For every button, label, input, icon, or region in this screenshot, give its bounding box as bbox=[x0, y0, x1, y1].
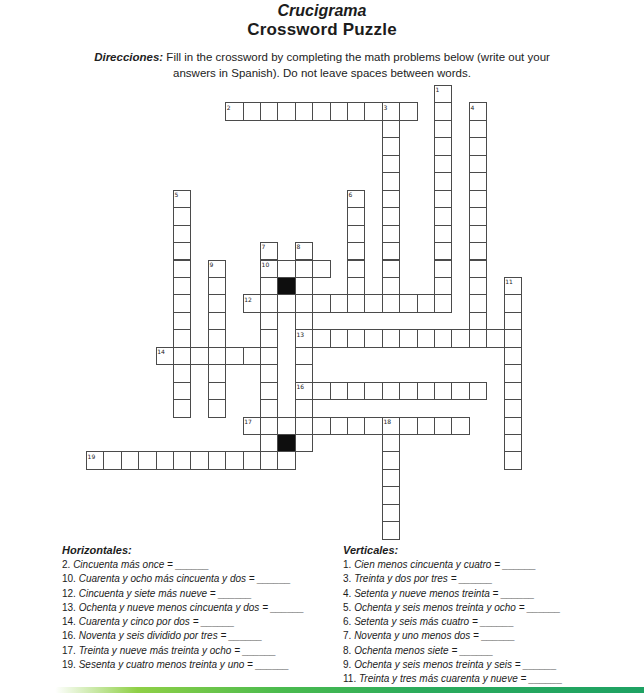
grid-cell[interactable] bbox=[295, 329, 313, 347]
grid-cell[interactable] bbox=[469, 137, 487, 155]
grid-cell[interactable] bbox=[417, 382, 435, 400]
grid-cell[interactable] bbox=[364, 102, 382, 120]
grid-cell[interactable] bbox=[382, 417, 400, 435]
directions-line1: Fill in the crossword by completing the … bbox=[163, 51, 550, 63]
clue-item: 13. Ochenta y nueve menos cincuenta y do… bbox=[62, 601, 340, 615]
grid-cell[interactable] bbox=[451, 417, 469, 435]
grid-cell[interactable] bbox=[434, 172, 452, 190]
grid-cell[interactable] bbox=[347, 329, 365, 347]
grid-cell[interactable] bbox=[295, 399, 313, 417]
grid-cell[interactable] bbox=[260, 434, 278, 452]
grid-cell[interactable] bbox=[469, 120, 487, 138]
grid-cell[interactable] bbox=[504, 434, 522, 452]
grid-cell[interactable] bbox=[399, 329, 417, 347]
grid-cell[interactable] bbox=[417, 417, 435, 435]
black-cell bbox=[277, 434, 295, 452]
clue-item: 3. Treinta y dos por tres = ______ bbox=[343, 572, 643, 586]
grid-cell[interactable] bbox=[173, 207, 191, 225]
clue-item: 9. Ochenta y seis menos treinta y seis =… bbox=[343, 658, 643, 672]
grid-cell[interactable] bbox=[347, 225, 365, 243]
grid-cell[interactable] bbox=[173, 242, 191, 260]
grid-cell[interactable] bbox=[277, 260, 295, 278]
grid-cell[interactable] bbox=[173, 260, 191, 278]
grid-cell[interactable] bbox=[347, 417, 365, 435]
grid-cell[interactable] bbox=[382, 329, 400, 347]
page-title-english: Crossword Puzzle bbox=[0, 20, 644, 39]
grid-cell[interactable] bbox=[225, 347, 243, 365]
grid-cell[interactable] bbox=[190, 451, 208, 469]
grid-cell[interactable] bbox=[330, 294, 348, 312]
grid-cell[interactable] bbox=[277, 451, 295, 469]
grid-cell[interactable] bbox=[382, 469, 400, 487]
grid-cell[interactable] bbox=[504, 277, 522, 295]
grid-cell[interactable] bbox=[504, 294, 522, 312]
grid-cell[interactable] bbox=[364, 417, 382, 435]
grid-cell[interactable] bbox=[382, 172, 400, 190]
grid-cell[interactable] bbox=[382, 207, 400, 225]
grid-cell[interactable] bbox=[295, 364, 313, 382]
grid-cell[interactable] bbox=[173, 277, 191, 295]
grid-cell[interactable] bbox=[434, 102, 452, 120]
grid-cell[interactable] bbox=[469, 277, 487, 295]
grid-cell[interactable] bbox=[295, 242, 313, 260]
grid-cell[interactable] bbox=[295, 312, 313, 330]
grid-cell[interactable] bbox=[434, 329, 452, 347]
grid-cell[interactable] bbox=[382, 294, 400, 312]
grid-cell[interactable] bbox=[451, 329, 469, 347]
grid-cell[interactable] bbox=[156, 347, 174, 365]
grid-cell[interactable] bbox=[364, 382, 382, 400]
grid-cell[interactable] bbox=[277, 102, 295, 120]
grid-cell[interactable] bbox=[260, 260, 278, 278]
grid-cell[interactable] bbox=[208, 451, 226, 469]
clue-item: 5. Ochenta y seis menos treinta y ocho =… bbox=[343, 601, 643, 615]
grid-cell[interactable] bbox=[417, 294, 435, 312]
clue-item: 6. Setenta y seis más cuatro = ______ bbox=[343, 615, 643, 629]
verticales-list: 1. Cien menos cincuenta y cuatro = _____… bbox=[343, 558, 643, 687]
grid-cell[interactable] bbox=[243, 347, 261, 365]
grid-cell[interactable] bbox=[434, 85, 452, 103]
grid-cell[interactable] bbox=[469, 242, 487, 260]
grid-cell[interactable] bbox=[382, 486, 400, 504]
grid-cell[interactable] bbox=[469, 172, 487, 190]
directions-label: Direcciones: bbox=[94, 51, 163, 63]
grid-cell[interactable] bbox=[434, 120, 452, 138]
grid-cell[interactable] bbox=[469, 207, 487, 225]
grid-cell[interactable] bbox=[382, 155, 400, 173]
grid-cell[interactable] bbox=[277, 417, 295, 435]
grid-cell[interactable] bbox=[347, 207, 365, 225]
grid-cell[interactable] bbox=[399, 102, 417, 120]
grid-cell[interactable] bbox=[312, 417, 330, 435]
grid-cell[interactable] bbox=[190, 347, 208, 365]
grid-cell[interactable] bbox=[382, 504, 400, 522]
directions-line2: answers in Spanish). Do not leave spaces… bbox=[173, 67, 471, 79]
grid-cell[interactable] bbox=[434, 242, 452, 260]
grid-cell[interactable] bbox=[330, 102, 348, 120]
grid-cell[interactable] bbox=[469, 190, 487, 208]
grid-cell[interactable] bbox=[469, 102, 487, 120]
grid-cell[interactable] bbox=[504, 399, 522, 417]
grid-cell[interactable] bbox=[208, 312, 226, 330]
grid-cell[interactable] bbox=[173, 294, 191, 312]
grid-cell[interactable] bbox=[382, 137, 400, 155]
grid-cell[interactable] bbox=[173, 312, 191, 330]
clue-item: 19. Sesenta y cuatro menos treinta y uno… bbox=[62, 658, 340, 672]
grid-cell[interactable] bbox=[173, 347, 191, 365]
grid-cell[interactable] bbox=[260, 347, 278, 365]
grid-cell[interactable] bbox=[138, 451, 156, 469]
grid-cell[interactable] bbox=[382, 242, 400, 260]
page-title-spanish: Crucigrama bbox=[0, 2, 644, 20]
black-cell bbox=[277, 277, 295, 295]
grid-cell[interactable] bbox=[330, 417, 348, 435]
page-titles: Crucigrama Crossword Puzzle bbox=[0, 2, 644, 39]
grid-cell[interactable] bbox=[260, 277, 278, 295]
grid-cell[interactable] bbox=[312, 294, 330, 312]
grid-cell[interactable] bbox=[434, 294, 452, 312]
grid-cell[interactable] bbox=[347, 190, 365, 208]
grid-cell[interactable] bbox=[295, 382, 313, 400]
grid-cell[interactable] bbox=[260, 294, 278, 312]
grid-cell[interactable] bbox=[312, 382, 330, 400]
grid-cell[interactable] bbox=[260, 364, 278, 382]
grid-cell[interactable] bbox=[260, 451, 278, 469]
grid-cell[interactable] bbox=[260, 399, 278, 417]
grid-cell[interactable] bbox=[347, 260, 365, 278]
grid-cell[interactable] bbox=[173, 225, 191, 243]
grid-cell[interactable] bbox=[382, 434, 400, 452]
grid-cell[interactable] bbox=[347, 294, 365, 312]
grid-cell[interactable] bbox=[434, 225, 452, 243]
clue-item: 7. Noventa y uno menos dos = ______ bbox=[343, 629, 643, 643]
grid-cell[interactable] bbox=[173, 329, 191, 347]
grid-cell[interactable] bbox=[86, 451, 104, 469]
grid-cell[interactable] bbox=[243, 417, 261, 435]
grid-cell[interactable] bbox=[173, 364, 191, 382]
grid-cell[interactable] bbox=[469, 260, 487, 278]
grid-cell[interactable] bbox=[243, 451, 261, 469]
grid-cell[interactable] bbox=[382, 190, 400, 208]
grid-cell[interactable] bbox=[382, 102, 400, 120]
grid-cell[interactable] bbox=[260, 329, 278, 347]
green-accent-bar bbox=[55, 687, 644, 693]
grid-cell[interactable] bbox=[173, 399, 191, 417]
clue-item: 8. Ochenta menos siete = ______ bbox=[343, 644, 643, 658]
clue-item: 16. Noventa y seis dividido por tres = _… bbox=[62, 629, 340, 643]
directions: Direcciones: Fill in the crossword by co… bbox=[22, 50, 622, 81]
grid-cell[interactable] bbox=[260, 102, 278, 120]
grid-cell[interactable] bbox=[382, 382, 400, 400]
grid-cell[interactable] bbox=[260, 242, 278, 260]
grid-cell[interactable] bbox=[364, 294, 382, 312]
grid-cell[interactable] bbox=[295, 434, 313, 452]
grid-cell[interactable] bbox=[469, 382, 487, 400]
grid-cell[interactable] bbox=[504, 312, 522, 330]
grid-cell[interactable] bbox=[156, 451, 174, 469]
grid-cell[interactable] bbox=[277, 294, 295, 312]
clue-item: 11. Treinta y tres más cuarenta y nueve … bbox=[343, 672, 643, 686]
crossword-grid: 123456789101112131416171819 bbox=[86, 85, 522, 540]
grid-cell[interactable] bbox=[121, 451, 139, 469]
clues-verticales-section: Verticales: 1. Cien menos cincuenta y cu… bbox=[343, 544, 643, 687]
clue-item: 12. Cincuenta y siete más nueve = ______ bbox=[62, 587, 340, 601]
grid-cell[interactable] bbox=[208, 364, 226, 382]
grid-cell[interactable] bbox=[295, 277, 313, 295]
grid-cell[interactable] bbox=[399, 294, 417, 312]
grid-cell[interactable] bbox=[382, 451, 400, 469]
grid-cell[interactable] bbox=[399, 382, 417, 400]
grid-cell[interactable] bbox=[469, 329, 487, 347]
grid-cell[interactable] bbox=[312, 260, 330, 278]
grid-cell[interactable] bbox=[295, 347, 313, 365]
grid-cell[interactable] bbox=[434, 155, 452, 173]
grid-cell[interactable] bbox=[103, 451, 121, 469]
grid-cell[interactable] bbox=[469, 312, 487, 330]
grid-cell[interactable] bbox=[225, 451, 243, 469]
grid-cell[interactable] bbox=[504, 382, 522, 400]
clue-item: 2. Cincuenta más once = ______ bbox=[62, 558, 340, 572]
grid-cell[interactable] bbox=[364, 329, 382, 347]
grid-cell[interactable] bbox=[208, 347, 226, 365]
horizontales-header: Horizontales: bbox=[62, 544, 340, 557]
grid-cell[interactable] bbox=[382, 120, 400, 138]
grid-cell[interactable] bbox=[295, 260, 313, 278]
clue-item: 10. Cuarenta y ocho más cincuenta y dos … bbox=[62, 572, 340, 586]
horizontales-list: 2. Cincuenta más once = ______10. Cuaren… bbox=[62, 558, 340, 672]
grid-cell[interactable] bbox=[417, 329, 435, 347]
grid-cell[interactable] bbox=[434, 277, 452, 295]
grid-cell[interactable] bbox=[504, 451, 522, 469]
grid-cell[interactable] bbox=[295, 417, 313, 435]
grid-cell[interactable] bbox=[434, 207, 452, 225]
grid-cell[interactable] bbox=[504, 364, 522, 382]
grid-cell[interactable] bbox=[347, 102, 365, 120]
grid-cell[interactable] bbox=[312, 329, 330, 347]
clue-item: 14. Cuarenta y cinco por dos = ______ bbox=[62, 615, 340, 629]
grid-cell[interactable] bbox=[347, 242, 365, 260]
grid-cell[interactable] bbox=[260, 382, 278, 400]
grid-cell[interactable] bbox=[469, 155, 487, 173]
grid-cell[interactable] bbox=[243, 102, 261, 120]
grid-cell[interactable] bbox=[504, 417, 522, 435]
grid-cell[interactable] bbox=[295, 102, 313, 120]
grid-cell[interactable] bbox=[330, 329, 348, 347]
grid-cell[interactable] bbox=[469, 225, 487, 243]
grid-cell[interactable] bbox=[295, 294, 313, 312]
grid-cell[interactable] bbox=[208, 260, 226, 278]
grid-cell[interactable] bbox=[434, 137, 452, 155]
grid-cell[interactable] bbox=[330, 382, 348, 400]
grid-cell[interactable] bbox=[173, 382, 191, 400]
grid-cell[interactable] bbox=[434, 417, 452, 435]
grid-cell[interactable] bbox=[347, 277, 365, 295]
verticales-header: Verticales: bbox=[343, 544, 643, 557]
grid-cell[interactable] bbox=[451, 382, 469, 400]
grid-cell[interactable] bbox=[208, 399, 226, 417]
grid-cell[interactable] bbox=[173, 451, 191, 469]
grid-cell[interactable] bbox=[208, 329, 226, 347]
grid-cell[interactable] bbox=[260, 312, 278, 330]
clues-horizontales-section: Horizontales: 2. Cincuenta más once = __… bbox=[62, 544, 340, 672]
grid-cell[interactable] bbox=[208, 294, 226, 312]
grid-cell[interactable] bbox=[469, 294, 487, 312]
grid-cell[interactable] bbox=[399, 417, 417, 435]
clue-item: 4. Setenta y nueve menos treinta = _____… bbox=[343, 587, 643, 601]
grid-cell[interactable] bbox=[243, 294, 261, 312]
grid-cell[interactable] bbox=[208, 277, 226, 295]
grid-cell[interactable] bbox=[434, 260, 452, 278]
grid-cell[interactable] bbox=[173, 190, 191, 208]
grid-cell[interactable] bbox=[312, 102, 330, 120]
grid-cell[interactable] bbox=[382, 521, 400, 539]
grid-cell[interactable] bbox=[382, 277, 400, 295]
grid-cell[interactable] bbox=[382, 225, 400, 243]
grid-cell[interactable] bbox=[486, 329, 504, 347]
grid-cell[interactable] bbox=[225, 102, 243, 120]
grid-cell[interactable] bbox=[434, 382, 452, 400]
grid-cell[interactable] bbox=[208, 382, 226, 400]
grid-cell[interactable] bbox=[260, 417, 278, 435]
clue-item: 17. Treinta y nueve más treinta y ocho =… bbox=[62, 644, 340, 658]
grid-cell[interactable] bbox=[504, 329, 522, 347]
grid-cell[interactable] bbox=[382, 260, 400, 278]
grid-cell[interactable] bbox=[434, 190, 452, 208]
grid-cell[interactable] bbox=[504, 347, 522, 365]
clue-item: 1. Cien menos cincuenta y cuatro = _____… bbox=[343, 558, 643, 572]
grid-cell[interactable] bbox=[347, 382, 365, 400]
